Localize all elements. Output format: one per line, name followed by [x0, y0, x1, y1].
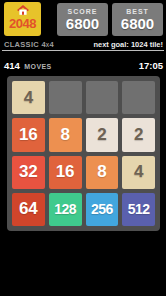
- home-icon: [17, 5, 29, 15]
- board-grid[interactable]: 41682232168464128256512: [7, 76, 160, 231]
- tile-16: 16: [12, 118, 45, 151]
- divider-line: [2, 50, 164, 51]
- tile-2: 2: [86, 118, 119, 151]
- tile-16: 16: [49, 156, 82, 189]
- tile-4: 4: [122, 156, 155, 189]
- moves-time-row: 414 MOVES 17:05: [4, 55, 163, 73]
- tile-256: 256: [86, 193, 119, 226]
- logo-text: 2048: [9, 16, 36, 31]
- tile-8: 8: [49, 118, 82, 151]
- score-box: SCORE 6800: [57, 3, 108, 36]
- tile-64: 64: [12, 193, 45, 226]
- tile-8: 8: [86, 156, 119, 189]
- score-value: 6800: [66, 16, 99, 32]
- empty-cell: [86, 81, 119, 114]
- tile-128: 128: [49, 193, 82, 226]
- home-button[interactable]: 2048: [4, 2, 41, 36]
- empty-cell: [122, 81, 155, 114]
- moves-label: MOVES: [24, 63, 51, 70]
- moves-value: 414: [4, 60, 20, 71]
- app-screen: 2048 SCORE 6800 BEST 6800 CLASSIC 4x4 ne…: [0, 0, 166, 296]
- tile-2: 2: [122, 118, 155, 151]
- empty-cell: [49, 81, 82, 114]
- tile-512: 512: [122, 193, 155, 226]
- game-timer: 17:05: [139, 60, 163, 71]
- best-value: 6800: [121, 16, 154, 32]
- mode-label: CLASSIC 4x4: [4, 40, 54, 49]
- mode-goal-row: CLASSIC 4x4 next goal: 1024 tile!: [4, 40, 163, 49]
- best-box: BEST 6800: [112, 3, 163, 36]
- moves-counter: 414 MOVES: [4, 55, 52, 73]
- tile-32: 32: [12, 156, 45, 189]
- tile-4: 4: [12, 81, 45, 114]
- next-goal-label: next goal: 1024 tile!: [93, 40, 163, 49]
